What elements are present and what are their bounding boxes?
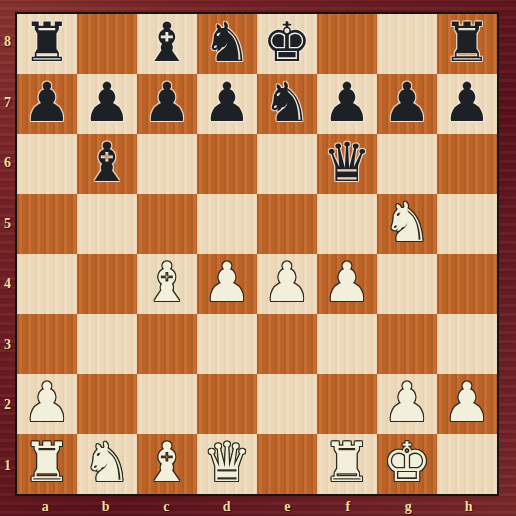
square-h5[interactable] — [437, 194, 497, 254]
piece-white-queen[interactable]: ♛ — [197, 434, 257, 494]
piece-white-pawn[interactable]: ♟ — [377, 374, 437, 434]
rank-label-1: 1 — [0, 436, 15, 497]
square-b3[interactable] — [77, 314, 137, 374]
square-a6[interactable] — [17, 134, 77, 194]
square-d7[interactable]: ♟ — [197, 74, 257, 134]
chessboard: ♜♝♞♚♜♟♟♟♟♞♟♟♟♝♛♞♝♟♟♟♟♟♟♜♞♝♛♜♚ — [17, 14, 497, 494]
piece-black-pawn[interactable]: ♟ — [317, 74, 377, 134]
square-d4[interactable]: ♟ — [197, 254, 257, 314]
square-f5[interactable] — [317, 194, 377, 254]
square-c3[interactable] — [137, 314, 197, 374]
square-f6[interactable]: ♛ — [317, 134, 377, 194]
piece-white-rook[interactable]: ♜ — [317, 434, 377, 494]
rank-label-3: 3 — [0, 315, 15, 376]
file-label-h: h — [439, 497, 500, 516]
square-h3[interactable] — [437, 314, 497, 374]
piece-white-pawn[interactable]: ♟ — [437, 374, 497, 434]
square-h8[interactable]: ♜ — [437, 14, 497, 74]
square-f7[interactable]: ♟ — [317, 74, 377, 134]
square-b2[interactable] — [77, 374, 137, 434]
piece-white-bishop[interactable]: ♝ — [137, 434, 197, 494]
piece-white-knight[interactable]: ♞ — [377, 194, 437, 254]
square-c8[interactable]: ♝ — [137, 14, 197, 74]
square-e4[interactable]: ♟ — [257, 254, 317, 314]
square-c2[interactable] — [137, 374, 197, 434]
piece-white-pawn[interactable]: ♟ — [317, 254, 377, 314]
square-h6[interactable] — [437, 134, 497, 194]
square-a5[interactable] — [17, 194, 77, 254]
square-a7[interactable]: ♟ — [17, 74, 77, 134]
square-g5[interactable]: ♞ — [377, 194, 437, 254]
piece-white-bishop[interactable]: ♝ — [137, 254, 197, 314]
square-f4[interactable]: ♟ — [317, 254, 377, 314]
square-h7[interactable]: ♟ — [437, 74, 497, 134]
rank-label-6: 6 — [0, 133, 15, 194]
square-a2[interactable]: ♟ — [17, 374, 77, 434]
piece-black-pawn[interactable]: ♟ — [137, 74, 197, 134]
chessboard-border: ♜♝♞♚♜♟♟♟♟♞♟♟♟♝♛♞♝♟♟♟♟♟♟♜♞♝♛♜♚ — [15, 12, 499, 496]
board-frame: 87654321 abcdefgh ♜♝♞♚♜♟♟♟♟♞♟♟♟♝♛♞♝♟♟♟♟♟… — [0, 0, 516, 516]
file-label-f: f — [318, 497, 379, 516]
rank-labels: 87654321 — [0, 12, 15, 496]
piece-black-king[interactable]: ♚ — [257, 14, 317, 74]
piece-black-pawn[interactable]: ♟ — [17, 74, 77, 134]
square-e5[interactable] — [257, 194, 317, 254]
piece-white-pawn[interactable]: ♟ — [257, 254, 317, 314]
square-h4[interactable] — [437, 254, 497, 314]
square-g2[interactable]: ♟ — [377, 374, 437, 434]
piece-black-pawn[interactable]: ♟ — [77, 74, 137, 134]
square-g4[interactable] — [377, 254, 437, 314]
square-e6[interactable] — [257, 134, 317, 194]
square-e3[interactable] — [257, 314, 317, 374]
square-h2[interactable]: ♟ — [437, 374, 497, 434]
piece-white-king[interactable]: ♚ — [377, 434, 437, 494]
file-labels: abcdefgh — [15, 497, 499, 516]
square-g1[interactable]: ♚ — [377, 434, 437, 494]
square-b4[interactable] — [77, 254, 137, 314]
square-c5[interactable] — [137, 194, 197, 254]
rank-label-7: 7 — [0, 73, 15, 134]
square-d3[interactable] — [197, 314, 257, 374]
square-b6[interactable]: ♝ — [77, 134, 137, 194]
piece-black-bishop[interactable]: ♝ — [137, 14, 197, 74]
square-d2[interactable] — [197, 374, 257, 434]
square-c7[interactable]: ♟ — [137, 74, 197, 134]
square-g7[interactable]: ♟ — [377, 74, 437, 134]
piece-black-pawn[interactable]: ♟ — [197, 74, 257, 134]
square-b1[interactable]: ♞ — [77, 434, 137, 494]
piece-black-pawn[interactable]: ♟ — [377, 74, 437, 134]
piece-black-bishop[interactable]: ♝ — [77, 134, 137, 194]
file-label-a: a — [15, 497, 76, 516]
file-label-g: g — [378, 497, 439, 516]
rank-label-8: 8 — [0, 12, 15, 73]
square-f2[interactable] — [317, 374, 377, 434]
file-label-b: b — [76, 497, 137, 516]
square-a3[interactable] — [17, 314, 77, 374]
piece-black-knight[interactable]: ♞ — [197, 14, 257, 74]
square-f8[interactable] — [317, 14, 377, 74]
file-label-c: c — [136, 497, 197, 516]
square-h1[interactable] — [437, 434, 497, 494]
piece-white-pawn[interactable]: ♟ — [17, 374, 77, 434]
file-label-d: d — [197, 497, 258, 516]
square-f3[interactable] — [317, 314, 377, 374]
square-d6[interactable] — [197, 134, 257, 194]
square-d8[interactable]: ♞ — [197, 14, 257, 74]
piece-black-rook[interactable]: ♜ — [437, 14, 497, 74]
square-g8[interactable] — [377, 14, 437, 74]
file-label-e: e — [257, 497, 318, 516]
square-g3[interactable] — [377, 314, 437, 374]
square-e8[interactable]: ♚ — [257, 14, 317, 74]
square-e2[interactable] — [257, 374, 317, 434]
square-g6[interactable] — [377, 134, 437, 194]
square-c1[interactable]: ♝ — [137, 434, 197, 494]
square-d5[interactable] — [197, 194, 257, 254]
piece-black-rook[interactable]: ♜ — [17, 14, 77, 74]
piece-white-knight[interactable]: ♞ — [77, 434, 137, 494]
rank-label-2: 2 — [0, 375, 15, 436]
piece-black-knight[interactable]: ♞ — [257, 74, 317, 134]
square-b7[interactable]: ♟ — [77, 74, 137, 134]
piece-black-pawn[interactable]: ♟ — [437, 74, 497, 134]
square-a4[interactable] — [17, 254, 77, 314]
square-a1[interactable]: ♜ — [17, 434, 77, 494]
rank-label-5: 5 — [0, 194, 15, 255]
square-a8[interactable]: ♜ — [17, 14, 77, 74]
piece-white-pawn[interactable]: ♟ — [197, 254, 257, 314]
rank-label-4: 4 — [0, 254, 15, 315]
square-e1[interactable] — [257, 434, 317, 494]
square-b8[interactable] — [77, 14, 137, 74]
square-c4[interactable]: ♝ — [137, 254, 197, 314]
square-e7[interactable]: ♞ — [257, 74, 317, 134]
square-b5[interactable] — [77, 194, 137, 254]
piece-white-rook[interactable]: ♜ — [17, 434, 77, 494]
square-c6[interactable] — [137, 134, 197, 194]
square-d1[interactable]: ♛ — [197, 434, 257, 494]
piece-black-queen[interactable]: ♛ — [317, 134, 377, 194]
square-f1[interactable]: ♜ — [317, 434, 377, 494]
